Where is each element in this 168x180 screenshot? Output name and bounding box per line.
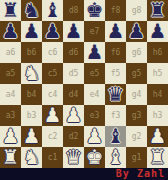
square-a1[interactable]: ♜ [0,147,21,168]
black-pawn-a7: ♟ [2,21,20,42]
black-pawn-b7: ♟ [23,21,41,42]
square-label-a6: a6 [6,49,16,57]
white-pawn-h2: ♟ [149,126,167,147]
credit-text: By Zahl [116,168,165,180]
black-pawn-g7: ♟ [128,21,146,42]
square-h6[interactable]: h6 [147,42,168,63]
square-d8[interactable]: d8 [63,0,84,21]
black-bishop-c8: ♝ [44,0,62,21]
square-a3[interactable]: a3 [0,105,21,126]
square-label-a3: a3 [6,112,16,120]
square-e1[interactable]: ♚ [84,147,105,168]
black-rook-h8: ♜ [149,0,167,21]
square-label-c4: c4 [48,91,58,99]
square-c7[interactable]: ♟ [42,21,63,42]
square-d4[interactable]: d4 [63,84,84,105]
white-king-e1: ♚ [86,147,104,168]
black-pawn-h7: ♟ [149,21,167,42]
square-label-d2: d2 [69,133,79,141]
square-c4[interactable]: c4 [42,84,63,105]
square-h3[interactable]: h3 [147,105,168,126]
square-f4[interactable]: ♛ [105,84,126,105]
square-d1[interactable]: ♛ [63,147,84,168]
square-label-e5: e5 [90,70,100,78]
square-label-g1: g1 [132,154,142,162]
square-label-h3: h3 [153,112,163,120]
square-b6[interactable]: b6 [21,42,42,63]
square-h5[interactable]: h5 [147,63,168,84]
square-g6[interactable]: g6 [126,42,147,63]
black-pawn-e6: ♟ [86,42,104,63]
white-pawn-e2: ♟ [86,126,104,147]
square-label-d6: d6 [69,49,79,57]
square-c3[interactable]: ♟ [42,105,63,126]
white-rook-h1: ♜ [149,147,167,168]
white-pawn-a2: ♟ [2,126,20,147]
square-g1[interactable]: g1 [126,147,147,168]
square-b3[interactable]: b3 [21,105,42,126]
square-a4[interactable]: a4 [0,84,21,105]
square-e2[interactable]: ♟ [84,126,105,147]
square-label-f5: f5 [111,70,121,78]
square-g2[interactable]: g2 [126,126,147,147]
square-g3[interactable]: g3 [126,105,147,126]
credit-bar: By Zahl [0,168,168,180]
square-label-b3: b3 [27,112,37,120]
white-knight-b1: ♞ [23,147,41,168]
square-a2[interactable]: ♟ [0,126,21,147]
square-label-e7: e7 [90,28,100,36]
square-g4[interactable]: g4 [126,84,147,105]
white-pawn-b2: ♟ [23,126,41,147]
square-c2[interactable]: c2 [42,126,63,147]
square-label-e4: e4 [90,91,100,99]
square-c5[interactable]: c5 [42,63,63,84]
black-pawn-d7: ♟ [65,21,83,42]
square-label-f3: f3 [111,112,121,120]
square-b5[interactable]: ♞ [21,63,42,84]
white-rook-a1: ♜ [2,147,20,168]
square-f1[interactable]: ♝ [105,147,126,168]
square-label-c1: c1 [48,154,58,162]
square-label-c5: c5 [48,70,58,78]
black-bishop-f2: ♝ [107,126,125,147]
square-label-f8: f8 [111,7,121,15]
square-h7[interactable]: ♟ [147,21,168,42]
square-label-a4: a4 [6,91,16,99]
square-label-c6: c6 [48,49,58,57]
square-label-g6: g6 [132,49,142,57]
black-king-e8: ♚ [86,0,104,21]
square-a6[interactable]: a6 [0,42,21,63]
square-g7[interactable]: ♟ [126,21,147,42]
chess-board: ♜♞♝d8♚f8g8♜♟♟♟♟e7♟♟♟a6b6c6d6♟f6g6h6a5♞c5… [0,0,168,168]
white-knight-b5: ♞ [23,63,41,84]
square-d2[interactable]: d2 [63,126,84,147]
square-label-g2: g2 [132,133,142,141]
square-h1[interactable]: ♜ [147,147,168,168]
square-e6[interactable]: ♟ [84,42,105,63]
black-pawn-f7: ♟ [107,21,125,42]
square-e8[interactable]: ♚ [84,0,105,21]
square-f3[interactable]: f3 [105,105,126,126]
black-queen-f4: ♛ [107,84,125,105]
chess-diagram: ♜♞♝d8♚f8g8♜♟♟♟♟e7♟♟♟a6b6c6d6♟f6g6h6a5♞c5… [0,0,168,180]
square-c1[interactable]: c1 [42,147,63,168]
square-label-h6: h6 [153,49,163,57]
square-label-d4: d4 [69,91,79,99]
square-b7[interactable]: ♟ [21,21,42,42]
square-label-a5: a5 [6,70,16,78]
square-label-g4: g4 [132,91,142,99]
square-label-d5: d5 [69,70,79,78]
square-f7[interactable]: ♟ [105,21,126,42]
square-c8[interactable]: ♝ [42,0,63,21]
square-label-h4: h4 [153,91,163,99]
square-h4[interactable]: h4 [147,84,168,105]
square-label-c2: c2 [48,133,58,141]
square-d6[interactable]: d6 [63,42,84,63]
black-knight-b8: ♞ [23,0,41,21]
square-label-f6: f6 [111,49,121,57]
square-label-b4: b4 [27,91,37,99]
white-pawn-c3: ♟ [44,105,62,126]
square-a8[interactable]: ♜ [0,0,21,21]
square-a7[interactable]: ♟ [0,21,21,42]
square-f8[interactable]: f8 [105,0,126,21]
square-label-h5: h5 [153,70,163,78]
square-a5[interactable]: a5 [0,63,21,84]
square-label-g3: g3 [132,112,142,120]
square-b4[interactable]: b4 [21,84,42,105]
square-f5[interactable]: f5 [105,63,126,84]
square-d7[interactable]: ♟ [63,21,84,42]
square-d3[interactable]: ♟ [63,105,84,126]
square-g8[interactable]: g8 [126,0,147,21]
black-pawn-c7: ♟ [44,21,62,42]
square-f6[interactable]: f6 [105,42,126,63]
square-c6[interactable]: c6 [42,42,63,63]
square-e7[interactable]: e7 [84,21,105,42]
square-h2[interactable]: ♟ [147,126,168,147]
square-label-g5: g5 [132,70,142,78]
square-e4[interactable]: e4 [84,84,105,105]
white-pawn-d3: ♟ [65,105,83,126]
square-h8[interactable]: ♜ [147,0,168,21]
square-e5[interactable]: e5 [84,63,105,84]
square-e3[interactable]: e3 [84,105,105,126]
square-label-g8: g8 [132,7,142,15]
square-f2[interactable]: ♝ [105,126,126,147]
square-label-e3: e3 [90,112,100,120]
square-b1[interactable]: ♞ [21,147,42,168]
white-queen-d1: ♛ [65,147,83,168]
white-bishop-f1: ♝ [107,147,125,168]
square-b8[interactable]: ♞ [21,0,42,21]
square-label-b6: b6 [27,49,37,57]
black-rook-a8: ♜ [2,0,20,21]
square-b2[interactable]: ♟ [21,126,42,147]
square-d5[interactable]: d5 [63,63,84,84]
square-g5[interactable]: g5 [126,63,147,84]
square-label-d8: d8 [69,7,79,15]
